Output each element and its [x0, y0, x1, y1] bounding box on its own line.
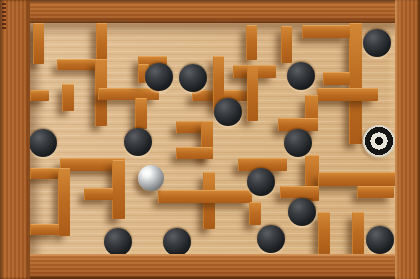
hole: [124, 128, 152, 156]
hole: [284, 129, 312, 157]
maze-wall: [357, 186, 394, 198]
maze-wall: [96, 23, 107, 64]
marble-ball[interactable]: [138, 165, 164, 191]
hole: [288, 198, 316, 226]
hole: [363, 29, 391, 57]
frame-right: [395, 0, 420, 279]
maze-wall: [318, 212, 330, 254]
maze-wall: [323, 72, 350, 85]
maze-wall: [30, 90, 49, 101]
maze-wall: [33, 23, 44, 64]
hole: [287, 62, 315, 90]
maze-wall: [112, 160, 125, 219]
maze-wall: [247, 65, 258, 121]
maze-wall: [249, 202, 261, 225]
hole: [29, 129, 57, 157]
goal-hole: [363, 125, 395, 157]
maze-wall: [62, 84, 74, 111]
maze-wall: [349, 23, 362, 144]
hole: [104, 228, 132, 256]
hole: [163, 228, 191, 256]
maze-wall: [246, 25, 257, 60]
hole: [257, 225, 285, 253]
maze-wall: [317, 88, 378, 101]
maze-wall: [281, 26, 292, 63]
hole: [179, 64, 207, 92]
maze-wall: [318, 172, 396, 186]
maze-wall: [352, 212, 364, 254]
labyrinth-game[interactable]: [0, 0, 420, 279]
maze-wall: [30, 168, 59, 179]
maze-wall: [176, 147, 213, 159]
hole: [247, 168, 275, 196]
maze-wall: [84, 188, 113, 200]
hole: [145, 63, 173, 91]
maze-wall: [98, 88, 159, 100]
frame-top: [0, 0, 420, 23]
maze-wall: [158, 190, 252, 203]
edge-watermark: [2, 3, 6, 31]
maze-wall: [302, 25, 350, 38]
frame-bottom: [0, 254, 420, 279]
maze-wall: [135, 98, 147, 129]
hole: [214, 98, 242, 126]
maze-wall: [280, 186, 319, 198]
hole: [366, 226, 394, 254]
frame-left: [0, 0, 30, 279]
maze-wall: [30, 224, 59, 235]
maze-wall: [58, 168, 70, 236]
